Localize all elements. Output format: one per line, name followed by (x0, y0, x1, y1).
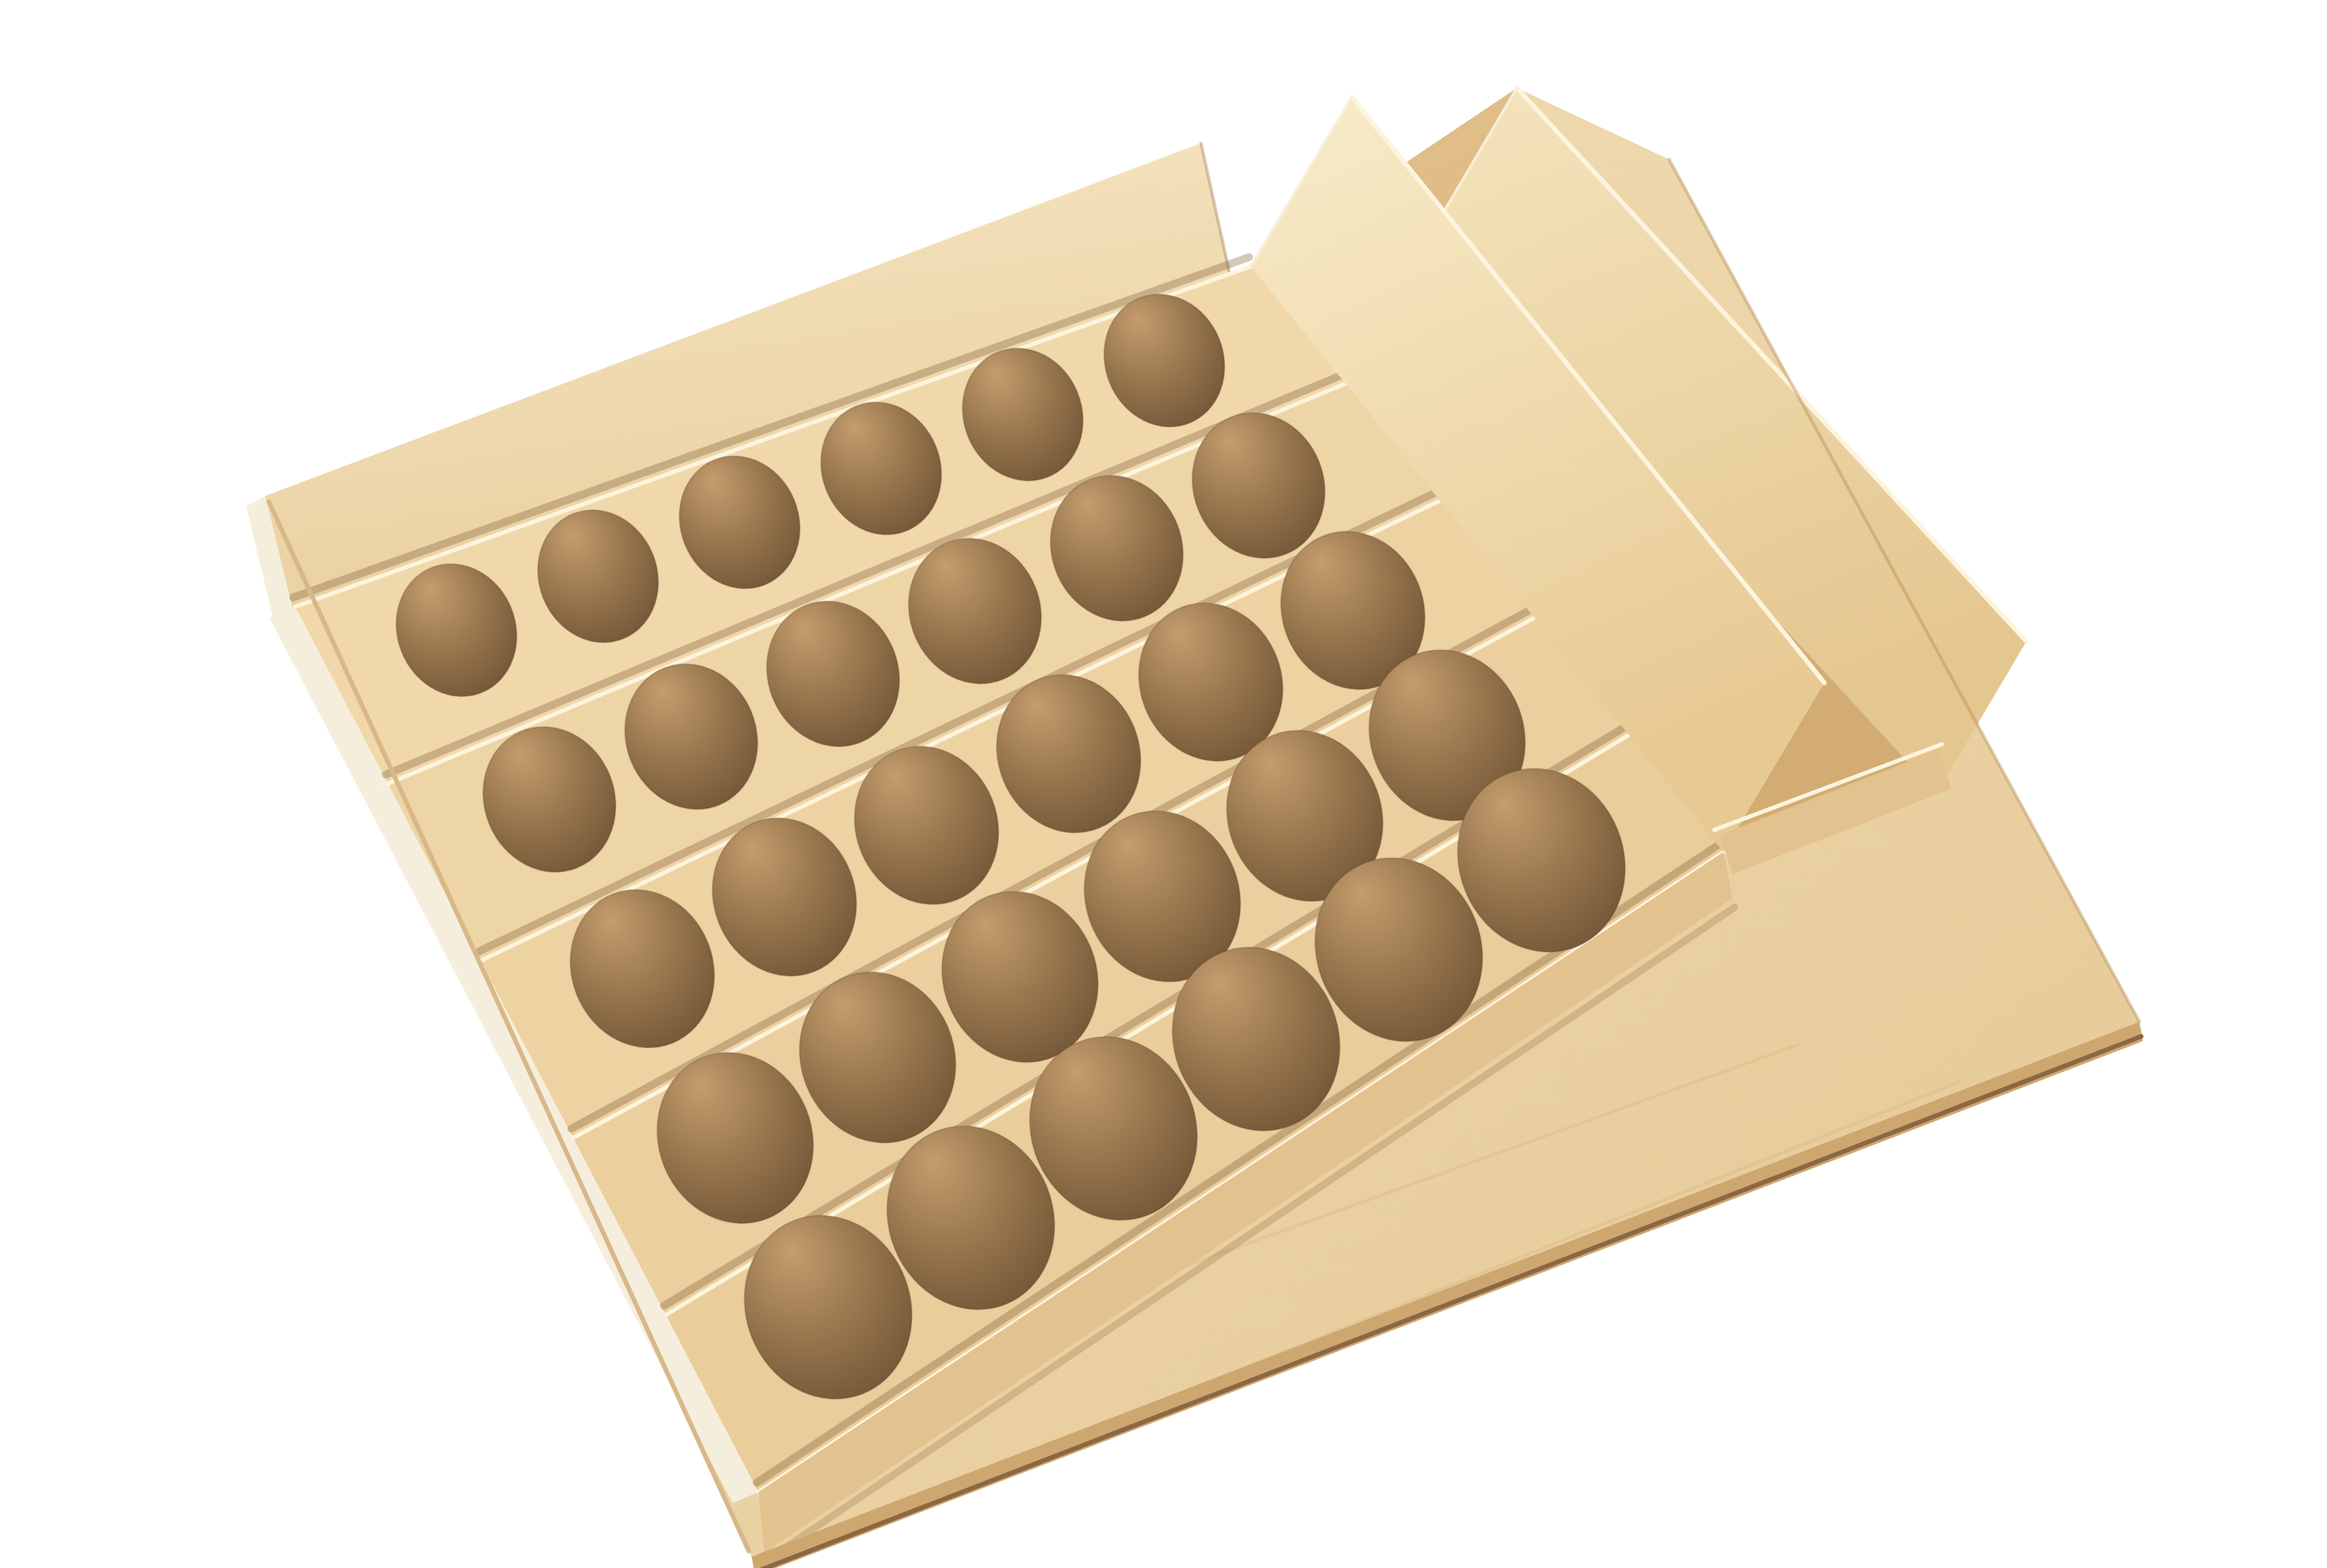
spice-drawer-insert-photo (0, 0, 2327, 1568)
photo-canvas (0, 0, 2327, 1568)
